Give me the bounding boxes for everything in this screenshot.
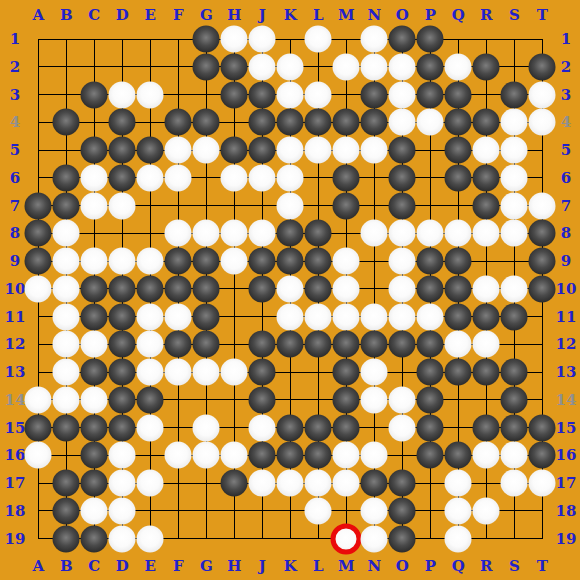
row-label-right: 8 xyxy=(561,226,571,241)
stone-e11 xyxy=(137,303,164,330)
stone-e9 xyxy=(137,248,164,275)
stone-r11 xyxy=(473,303,500,330)
stone-n13 xyxy=(361,359,388,386)
stone-c12 xyxy=(81,331,108,358)
stone-c17 xyxy=(81,470,108,497)
column-label-bottom: G xyxy=(200,559,213,574)
stone-n17 xyxy=(361,470,388,497)
stone-l16 xyxy=(305,442,332,469)
column-label-top: P xyxy=(425,8,436,23)
stone-q9 xyxy=(445,248,472,275)
stone-o17 xyxy=(389,470,416,497)
stone-a9 xyxy=(25,248,52,275)
row-label-left: 5 xyxy=(10,143,20,158)
stone-r18 xyxy=(473,497,500,524)
stone-e5 xyxy=(137,137,164,164)
column-label-top: R xyxy=(480,8,492,23)
stone-m16 xyxy=(333,442,360,469)
stone-s7 xyxy=(501,192,528,219)
stone-m4 xyxy=(333,109,360,136)
row-label-right: 18 xyxy=(556,503,577,518)
stone-d11 xyxy=(109,303,136,330)
stone-j8 xyxy=(249,220,276,247)
stone-g13 xyxy=(193,359,220,386)
stone-k4 xyxy=(277,109,304,136)
stone-n2 xyxy=(361,53,388,80)
stone-q3 xyxy=(445,81,472,108)
stone-j9 xyxy=(249,248,276,275)
stone-q17 xyxy=(445,470,472,497)
stone-l17 xyxy=(305,470,332,497)
stone-b11 xyxy=(53,303,80,330)
stone-q5 xyxy=(445,137,472,164)
stone-r2 xyxy=(473,53,500,80)
stone-d16 xyxy=(109,442,136,469)
row-label-right: 14 xyxy=(556,392,577,407)
stone-r8 xyxy=(473,220,500,247)
column-label-bottom: F xyxy=(173,559,184,574)
column-label-bottom: K xyxy=(284,559,297,574)
column-label-bottom: E xyxy=(145,559,156,574)
stone-f8 xyxy=(165,220,192,247)
stone-j2 xyxy=(249,53,276,80)
row-label-left: 2 xyxy=(10,59,20,74)
stone-b14 xyxy=(53,386,80,413)
stone-h13 xyxy=(221,359,248,386)
stone-q2 xyxy=(445,53,472,80)
column-label-bottom: D xyxy=(116,559,129,574)
stone-k2 xyxy=(277,53,304,80)
stone-j1 xyxy=(249,26,276,53)
column-label-bottom: R xyxy=(480,559,492,574)
row-label-right: 3 xyxy=(561,87,571,102)
stone-h17 xyxy=(221,470,248,497)
stone-l12 xyxy=(305,331,332,358)
stone-c10 xyxy=(81,275,108,302)
stone-b8 xyxy=(53,220,80,247)
stone-d7 xyxy=(109,192,136,219)
stone-e12 xyxy=(137,331,164,358)
stone-r12 xyxy=(473,331,500,358)
stone-q6 xyxy=(445,164,472,191)
stone-c5 xyxy=(81,137,108,164)
stone-k11 xyxy=(277,303,304,330)
stone-q18 xyxy=(445,497,472,524)
row-label-left: 18 xyxy=(5,503,26,518)
stone-h3 xyxy=(221,81,248,108)
stone-c16 xyxy=(81,442,108,469)
stone-m11 xyxy=(333,303,360,330)
stone-k10 xyxy=(277,275,304,302)
stone-h9 xyxy=(221,248,248,275)
stone-m5 xyxy=(333,137,360,164)
stone-n8 xyxy=(361,220,388,247)
stone-p12 xyxy=(417,331,444,358)
stone-m15 xyxy=(333,414,360,441)
stone-t2 xyxy=(529,53,556,80)
stone-p4 xyxy=(417,109,444,136)
stone-t3 xyxy=(529,81,556,108)
row-label-left: 6 xyxy=(10,170,20,185)
row-label-right: 1 xyxy=(561,32,571,47)
stone-l3 xyxy=(305,81,332,108)
row-label-right: 16 xyxy=(556,448,577,463)
stone-n18 xyxy=(361,497,388,524)
stone-b18 xyxy=(53,497,80,524)
row-label-right: 2 xyxy=(561,59,571,74)
stone-c13 xyxy=(81,359,108,386)
stone-o4 xyxy=(389,109,416,136)
stone-l15 xyxy=(305,414,332,441)
stone-e6 xyxy=(137,164,164,191)
column-label-bottom: L xyxy=(313,559,324,574)
stone-l8 xyxy=(305,220,332,247)
stone-s3 xyxy=(501,81,528,108)
stone-q12 xyxy=(445,331,472,358)
stone-q16 xyxy=(445,442,472,469)
stone-d13 xyxy=(109,359,136,386)
stone-p15 xyxy=(417,414,444,441)
stone-b19 xyxy=(53,525,80,552)
stone-d3 xyxy=(109,81,136,108)
stone-g16 xyxy=(193,442,220,469)
stone-d6 xyxy=(109,164,136,191)
last-move-marker-stone-m19 xyxy=(333,525,360,552)
stone-j3 xyxy=(249,81,276,108)
stone-g1 xyxy=(193,26,220,53)
column-label-bottom: M xyxy=(338,559,355,574)
stone-o19 xyxy=(389,525,416,552)
stone-s16 xyxy=(501,442,528,469)
stone-o2 xyxy=(389,53,416,80)
stone-c14 xyxy=(81,386,108,413)
row-label-left: 19 xyxy=(5,531,26,546)
stone-b15 xyxy=(53,414,80,441)
stone-d19 xyxy=(109,525,136,552)
stone-r16 xyxy=(473,442,500,469)
stone-k7 xyxy=(277,192,304,219)
stone-e14 xyxy=(137,386,164,413)
stone-r4 xyxy=(473,109,500,136)
column-label-top: K xyxy=(284,8,297,23)
stone-t15 xyxy=(529,414,556,441)
stone-g2 xyxy=(193,53,220,80)
stone-j15 xyxy=(249,414,276,441)
stone-l18 xyxy=(305,497,332,524)
stone-b9 xyxy=(53,248,80,275)
stone-r7 xyxy=(473,192,500,219)
stone-p1 xyxy=(417,26,444,53)
column-label-top: O xyxy=(396,8,409,23)
stone-t8 xyxy=(529,220,556,247)
stone-a7 xyxy=(25,192,52,219)
row-label-left: 13 xyxy=(5,365,26,380)
stone-d5 xyxy=(109,137,136,164)
go-board[interactable]: AABBCCDDEEFFGGHHJJKKLLMMNNOOPPQQRRSSTT11… xyxy=(0,0,580,580)
stone-q19 xyxy=(445,525,472,552)
stone-m6 xyxy=(333,164,360,191)
column-label-bottom: Q xyxy=(452,559,465,574)
column-label-top: G xyxy=(200,8,213,23)
stone-m7 xyxy=(333,192,360,219)
stone-d9 xyxy=(109,248,136,275)
stone-k3 xyxy=(277,81,304,108)
stone-a10 xyxy=(25,275,52,302)
stone-n5 xyxy=(361,137,388,164)
stone-n12 xyxy=(361,331,388,358)
stone-m13 xyxy=(333,359,360,386)
stone-m12 xyxy=(333,331,360,358)
stone-e15 xyxy=(137,414,164,441)
stone-t10 xyxy=(529,275,556,302)
stone-p10 xyxy=(417,275,444,302)
stone-o14 xyxy=(389,386,416,413)
stone-j14 xyxy=(249,386,276,413)
stone-e3 xyxy=(137,81,164,108)
column-label-top: Q xyxy=(452,8,465,23)
stone-o10 xyxy=(389,275,416,302)
stone-p9 xyxy=(417,248,444,275)
stone-d14 xyxy=(109,386,136,413)
row-label-left: 16 xyxy=(5,448,26,463)
stone-h6 xyxy=(221,164,248,191)
row-label-right: 7 xyxy=(561,198,571,213)
row-label-left: 8 xyxy=(10,226,20,241)
stone-b13 xyxy=(53,359,80,386)
stone-e10 xyxy=(137,275,164,302)
stone-o18 xyxy=(389,497,416,524)
column-label-bottom: B xyxy=(60,559,73,574)
stone-g12 xyxy=(193,331,220,358)
column-label-top: E xyxy=(145,8,156,23)
stone-d10 xyxy=(109,275,136,302)
row-label-left: 12 xyxy=(5,337,26,352)
stone-k16 xyxy=(277,442,304,469)
stone-f13 xyxy=(165,359,192,386)
column-label-top: T xyxy=(537,8,548,23)
stone-r5 xyxy=(473,137,500,164)
stone-h16 xyxy=(221,442,248,469)
stone-b6 xyxy=(53,164,80,191)
row-label-right: 5 xyxy=(561,143,571,158)
stone-l10 xyxy=(305,275,332,302)
stone-b12 xyxy=(53,331,80,358)
stone-g8 xyxy=(193,220,220,247)
stone-j5 xyxy=(249,137,276,164)
stone-s4 xyxy=(501,109,528,136)
stone-e19 xyxy=(137,525,164,552)
stone-t4 xyxy=(529,109,556,136)
stone-m2 xyxy=(333,53,360,80)
stone-q4 xyxy=(445,109,472,136)
stone-f16 xyxy=(165,442,192,469)
stone-o7 xyxy=(389,192,416,219)
stone-s6 xyxy=(501,164,528,191)
column-label-top: D xyxy=(116,8,129,23)
row-label-right: 10 xyxy=(556,281,577,296)
stone-p8 xyxy=(417,220,444,247)
stone-o3 xyxy=(389,81,416,108)
stone-k6 xyxy=(277,164,304,191)
stone-f12 xyxy=(165,331,192,358)
stone-l9 xyxy=(305,248,332,275)
stone-a16 xyxy=(25,442,52,469)
stone-j6 xyxy=(249,164,276,191)
stone-s14 xyxy=(501,386,528,413)
stone-t16 xyxy=(529,442,556,469)
column-label-bottom: T xyxy=(537,559,548,574)
stone-n14 xyxy=(361,386,388,413)
stone-n4 xyxy=(361,109,388,136)
stone-c9 xyxy=(81,248,108,275)
stone-b7 xyxy=(53,192,80,219)
stone-o12 xyxy=(389,331,416,358)
column-label-bottom: H xyxy=(227,559,241,574)
stone-m17 xyxy=(333,470,360,497)
stone-f6 xyxy=(165,164,192,191)
stone-t9 xyxy=(529,248,556,275)
stone-n19 xyxy=(361,525,388,552)
stone-o1 xyxy=(389,26,416,53)
stone-h5 xyxy=(221,137,248,164)
column-label-top: A xyxy=(32,8,44,23)
stone-d15 xyxy=(109,414,136,441)
stone-r10 xyxy=(473,275,500,302)
row-label-left: 15 xyxy=(5,420,26,435)
stone-o11 xyxy=(389,303,416,330)
stone-o6 xyxy=(389,164,416,191)
column-label-bottom: P xyxy=(425,559,436,574)
stone-h2 xyxy=(221,53,248,80)
stone-k15 xyxy=(277,414,304,441)
stone-k17 xyxy=(277,470,304,497)
stone-l5 xyxy=(305,137,332,164)
row-label-left: 17 xyxy=(5,476,26,491)
row-label-left: 7 xyxy=(10,198,20,213)
column-label-top: J xyxy=(259,8,266,23)
row-label-left: 14 xyxy=(5,392,26,407)
column-label-top: F xyxy=(173,8,184,23)
stone-r15 xyxy=(473,414,500,441)
row-label-left: 10 xyxy=(5,281,26,296)
stone-o5 xyxy=(389,137,416,164)
stone-a15 xyxy=(25,414,52,441)
stone-p16 xyxy=(417,442,444,469)
column-label-bottom: N xyxy=(367,559,381,574)
row-label-right: 4 xyxy=(561,115,571,130)
stone-d4 xyxy=(109,109,136,136)
column-label-top: S xyxy=(509,8,520,23)
row-label-right: 6 xyxy=(561,170,571,185)
stone-t17 xyxy=(529,470,556,497)
row-label-right: 19 xyxy=(556,531,577,546)
stone-o15 xyxy=(389,414,416,441)
stone-c6 xyxy=(81,164,108,191)
row-label-left: 1 xyxy=(10,32,20,47)
stone-d17 xyxy=(109,470,136,497)
stone-m9 xyxy=(333,248,360,275)
stone-l1 xyxy=(305,26,332,53)
stone-t7 xyxy=(529,192,556,219)
row-label-left: 11 xyxy=(5,309,26,324)
stone-d12 xyxy=(109,331,136,358)
stone-f4 xyxy=(165,109,192,136)
stone-g10 xyxy=(193,275,220,302)
stone-r13 xyxy=(473,359,500,386)
stone-n16 xyxy=(361,442,388,469)
stone-q11 xyxy=(445,303,472,330)
stone-n11 xyxy=(361,303,388,330)
stone-s11 xyxy=(501,303,528,330)
stone-q10 xyxy=(445,275,472,302)
stone-s8 xyxy=(501,220,528,247)
column-label-top: M xyxy=(338,8,355,23)
column-label-bottom: O xyxy=(396,559,409,574)
stone-c7 xyxy=(81,192,108,219)
stone-c18 xyxy=(81,497,108,524)
row-label-right: 17 xyxy=(556,476,577,491)
stone-j17 xyxy=(249,470,276,497)
stone-n1 xyxy=(361,26,388,53)
column-label-top: B xyxy=(60,8,73,23)
stone-e17 xyxy=(137,470,164,497)
stone-k12 xyxy=(277,331,304,358)
stone-p13 xyxy=(417,359,444,386)
stone-l11 xyxy=(305,303,332,330)
stone-j4 xyxy=(249,109,276,136)
stone-h1 xyxy=(221,26,248,53)
column-label-bottom: A xyxy=(32,559,44,574)
stone-k5 xyxy=(277,137,304,164)
column-label-top: N xyxy=(367,8,381,23)
stone-k9 xyxy=(277,248,304,275)
row-label-right: 13 xyxy=(556,365,577,380)
stone-f5 xyxy=(165,137,192,164)
stone-c19 xyxy=(81,525,108,552)
column-label-top: H xyxy=(227,8,241,23)
stone-s13 xyxy=(501,359,528,386)
stone-o8 xyxy=(389,220,416,247)
stone-a14 xyxy=(25,386,52,413)
stone-b10 xyxy=(53,275,80,302)
stone-h8 xyxy=(221,220,248,247)
stone-p14 xyxy=(417,386,444,413)
stone-c3 xyxy=(81,81,108,108)
stone-g4 xyxy=(193,109,220,136)
row-label-right: 12 xyxy=(556,337,577,352)
stone-a8 xyxy=(25,220,52,247)
stone-m10 xyxy=(333,275,360,302)
stone-p2 xyxy=(417,53,444,80)
stone-q8 xyxy=(445,220,472,247)
row-label-left: 3 xyxy=(10,87,20,102)
stone-q13 xyxy=(445,359,472,386)
stone-s10 xyxy=(501,275,528,302)
stone-f10 xyxy=(165,275,192,302)
stone-p11 xyxy=(417,303,444,330)
row-label-right: 11 xyxy=(556,309,577,324)
stone-d18 xyxy=(109,497,136,524)
stone-c11 xyxy=(81,303,108,330)
column-label-bottom: S xyxy=(509,559,520,574)
stone-s15 xyxy=(501,414,528,441)
stone-o9 xyxy=(389,248,416,275)
stone-c15 xyxy=(81,414,108,441)
stone-e13 xyxy=(137,359,164,386)
stone-j10 xyxy=(249,275,276,302)
stone-j12 xyxy=(249,331,276,358)
stone-g15 xyxy=(193,414,220,441)
